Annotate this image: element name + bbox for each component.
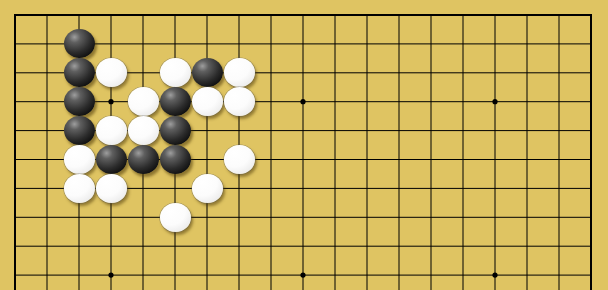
star-point (300, 273, 305, 278)
star-point (108, 99, 113, 104)
board-grid (0, 0, 608, 290)
star-point (492, 273, 497, 278)
go-board[interactable]: ●●●●●●●●●●●●●●●●●●●●●●●● (0, 0, 608, 290)
star-point (492, 99, 497, 104)
star-point (108, 273, 113, 278)
star-point (300, 99, 305, 104)
